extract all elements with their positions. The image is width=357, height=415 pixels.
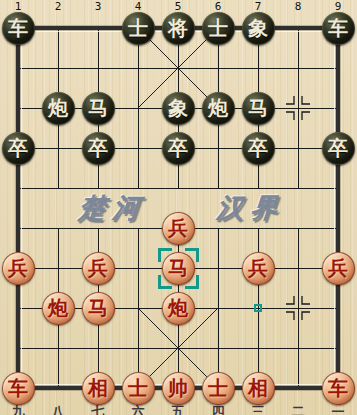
piece-red-horse[interactable]: 马	[82, 292, 115, 325]
piece-red-cannon[interactable]: 炮	[162, 292, 195, 325]
red-advisor-glyph: 士	[202, 372, 235, 405]
black-soldier-glyph: 卒	[82, 132, 115, 165]
red-cannon-glyph: 炮	[162, 292, 195, 325]
river-text-right: 汉界	[195, 190, 298, 226]
red-soldier-glyph: 兵	[242, 252, 275, 285]
piece-red-soldier[interactable]: 兵	[322, 252, 355, 285]
file-label-top-2: 2	[50, 0, 66, 13]
black-chariot-glyph: 车	[2, 12, 35, 45]
piece-black-horse[interactable]: 马	[242, 92, 275, 125]
piece-black-elephant[interactable]: 象	[242, 12, 275, 45]
file-label-bottom-8: 二	[289, 403, 307, 415]
red-chariot-glyph: 车	[322, 372, 355, 405]
piece-black-soldier[interactable]: 卒	[322, 132, 355, 165]
piece-black-soldier[interactable]: 卒	[2, 132, 35, 165]
piece-black-horse[interactable]: 马	[82, 92, 115, 125]
red-cannon-glyph: 炮	[42, 292, 75, 325]
piece-red-chariot[interactable]: 车	[322, 372, 355, 405]
xiangqi-board[interactable]: 123456789 九八七六五四三二一 楚河 汉界 车士将士象车炮马象炮马卒卒卒…	[0, 0, 357, 415]
black-horse-glyph: 马	[82, 92, 115, 125]
black-horse-glyph: 马	[242, 92, 275, 125]
file-label-bottom-9: 一	[329, 403, 347, 415]
piece-black-soldier[interactable]: 卒	[82, 132, 115, 165]
piece-red-elephant[interactable]: 相	[82, 372, 115, 405]
board-grid	[0, 0, 357, 415]
red-horse-glyph: 马	[162, 252, 195, 285]
file-label-bottom-7: 三	[249, 403, 267, 415]
black-soldier-glyph: 卒	[242, 132, 275, 165]
black-general-glyph: 将	[162, 12, 195, 45]
piece-red-soldier[interactable]: 兵	[242, 252, 275, 285]
red-advisor-glyph: 士	[122, 372, 155, 405]
piece-red-soldier[interactable]: 兵	[162, 212, 195, 245]
black-elephant-glyph: 象	[242, 12, 275, 45]
piece-red-chariot[interactable]: 车	[2, 372, 35, 405]
piece-black-chariot[interactable]: 车	[2, 12, 35, 45]
file-label-top-8: 8	[290, 0, 306, 13]
red-elephant-glyph: 相	[242, 372, 275, 405]
file-label-bottom-2: 八	[49, 403, 67, 415]
piece-red-soldier[interactable]: 兵	[2, 252, 35, 285]
piece-black-chariot[interactable]: 车	[322, 12, 355, 45]
red-horse-glyph: 马	[82, 292, 115, 325]
piece-red-advisor[interactable]: 士	[202, 372, 235, 405]
red-soldier-glyph: 兵	[2, 252, 35, 285]
black-cannon-glyph: 炮	[202, 92, 235, 125]
red-elephant-glyph: 相	[82, 372, 115, 405]
red-soldier-glyph: 兵	[162, 212, 195, 245]
piece-red-cannon[interactable]: 炮	[42, 292, 75, 325]
piece-black-advisor[interactable]: 士	[122, 12, 155, 45]
piece-black-elephant[interactable]: 象	[162, 92, 195, 125]
file-label-bottom-1: 九	[9, 403, 27, 415]
piece-red-general[interactable]: 帅	[162, 372, 195, 405]
file-label-bottom-5: 五	[169, 403, 187, 415]
red-soldier-glyph: 兵	[322, 252, 355, 285]
black-soldier-glyph: 卒	[2, 132, 35, 165]
file-label-bottom-3: 七	[89, 403, 107, 415]
black-elephant-glyph: 象	[162, 92, 195, 125]
piece-black-cannon[interactable]: 炮	[202, 92, 235, 125]
black-advisor-glyph: 士	[122, 12, 155, 45]
file-label-bottom-4: 六	[129, 403, 147, 415]
file-label-top-3: 3	[90, 0, 106, 13]
piece-black-advisor[interactable]: 士	[202, 12, 235, 45]
piece-red-advisor[interactable]: 士	[122, 372, 155, 405]
black-cannon-glyph: 炮	[42, 92, 75, 125]
piece-red-soldier[interactable]: 兵	[82, 252, 115, 285]
red-general-glyph: 帅	[162, 372, 195, 405]
black-soldier-glyph: 卒	[322, 132, 355, 165]
black-advisor-glyph: 士	[202, 12, 235, 45]
piece-black-general[interactable]: 将	[162, 12, 195, 45]
piece-black-cannon[interactable]: 炮	[42, 92, 75, 125]
black-soldier-glyph: 卒	[162, 132, 195, 165]
black-chariot-glyph: 车	[322, 12, 355, 45]
red-chariot-glyph: 车	[2, 372, 35, 405]
file-label-bottom-6: 四	[209, 403, 227, 415]
red-soldier-glyph: 兵	[82, 252, 115, 285]
piece-black-soldier[interactable]: 卒	[162, 132, 195, 165]
last-move-from-marker	[254, 304, 262, 312]
piece-red-horse[interactable]: 马	[162, 252, 195, 285]
piece-red-elephant[interactable]: 相	[242, 372, 275, 405]
piece-black-soldier[interactable]: 卒	[242, 132, 275, 165]
river-text-left: 楚河	[57, 190, 160, 226]
